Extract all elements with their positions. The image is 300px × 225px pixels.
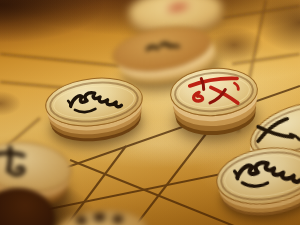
black-character-blurred — [0, 142, 55, 188]
xiangqi-photo — [0, 0, 300, 225]
piece-face — [43, 73, 145, 131]
xiangqi-piece-black-horse[interactable] — [43, 73, 145, 131]
horse-character-cursive — [50, 77, 137, 124]
black-character-blurred — [127, 30, 199, 66]
horse-character-cursive — [223, 148, 300, 200]
black-character-top-edge — [61, 209, 142, 225]
piece-dark-side — [0, 188, 54, 225]
red-character-cursive — [178, 69, 250, 113]
piece-face — [168, 65, 259, 119]
xiangqi-piece-shadowed-corner[interactable] — [0, 188, 54, 225]
xiangqi-piece-red-soldier[interactable] — [168, 65, 259, 119]
file-line — [136, 126, 212, 225]
